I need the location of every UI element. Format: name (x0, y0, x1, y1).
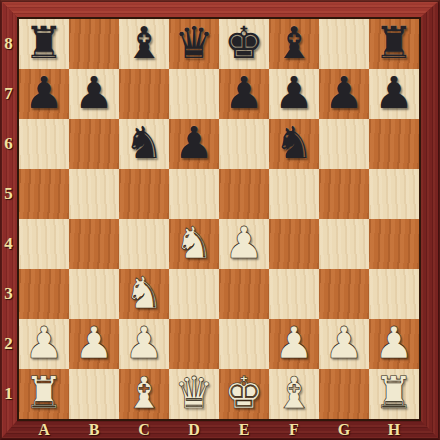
square-f5[interactable] (269, 169, 319, 219)
rank-labels: 87654321 (0, 19, 17, 419)
square-d2[interactable] (169, 319, 219, 369)
square-h2[interactable]: ♟ (369, 319, 419, 369)
square-b3[interactable] (69, 269, 119, 319)
square-b5[interactable] (69, 169, 119, 219)
square-b4[interactable] (69, 219, 119, 269)
square-c3[interactable]: ♞ (119, 269, 169, 319)
square-e5[interactable] (219, 169, 269, 219)
square-d5[interactable] (169, 169, 219, 219)
file-label-f: F (269, 420, 319, 439)
square-f7[interactable]: ♟ (269, 69, 319, 119)
square-a8[interactable]: ♜ (19, 19, 69, 69)
rank-label-1: 1 (0, 369, 17, 419)
piece-white-pawn[interactable]: ♟ (19, 319, 69, 369)
file-label-g: G (319, 420, 369, 439)
square-h6[interactable] (369, 119, 419, 169)
piece-black-rook[interactable]: ♜ (369, 19, 419, 69)
rank-label-3: 3 (0, 269, 17, 319)
piece-white-pawn[interactable]: ♟ (319, 319, 369, 369)
piece-black-pawn[interactable]: ♟ (19, 69, 69, 119)
square-b1[interactable] (69, 369, 119, 419)
square-h5[interactable] (369, 169, 419, 219)
piece-black-knight[interactable]: ♞ (269, 119, 319, 169)
square-a4[interactable] (19, 219, 69, 269)
square-h4[interactable] (369, 219, 419, 269)
square-d8[interactable]: ♛ (169, 19, 219, 69)
piece-black-pawn[interactable]: ♟ (219, 69, 269, 119)
piece-black-pawn[interactable]: ♟ (269, 69, 319, 119)
square-g6[interactable] (319, 119, 369, 169)
piece-white-queen[interactable]: ♛ (169, 369, 219, 419)
square-d6[interactable]: ♟ (169, 119, 219, 169)
square-c4[interactable] (119, 219, 169, 269)
piece-white-bishop[interactable]: ♝ (269, 369, 319, 419)
square-e7[interactable]: ♟ (219, 69, 269, 119)
square-c8[interactable]: ♝ (119, 19, 169, 69)
square-d3[interactable] (169, 269, 219, 319)
piece-white-pawn[interactable]: ♟ (369, 319, 419, 369)
piece-black-pawn[interactable]: ♟ (369, 69, 419, 119)
square-c1[interactable]: ♝ (119, 369, 169, 419)
piece-white-rook[interactable]: ♜ (369, 369, 419, 419)
square-g3[interactable] (319, 269, 369, 319)
square-e4[interactable]: ♟ (219, 219, 269, 269)
square-c2[interactable]: ♟ (119, 319, 169, 369)
piece-white-pawn[interactable]: ♟ (219, 219, 269, 269)
file-label-c: C (119, 420, 169, 439)
square-d7[interactable] (169, 69, 219, 119)
square-b6[interactable] (69, 119, 119, 169)
file-labels: ABCDEFGH (19, 420, 419, 439)
rank-label-2: 2 (0, 319, 17, 369)
square-a3[interactable] (19, 269, 69, 319)
piece-black-knight[interactable]: ♞ (119, 119, 169, 169)
square-h1[interactable]: ♜ (369, 369, 419, 419)
square-f3[interactable] (269, 269, 319, 319)
square-g7[interactable]: ♟ (319, 69, 369, 119)
square-g4[interactable] (319, 219, 369, 269)
square-f2[interactable]: ♟ (269, 319, 319, 369)
rank-label-5: 5 (0, 169, 17, 219)
square-a7[interactable]: ♟ (19, 69, 69, 119)
piece-black-bishop[interactable]: ♝ (119, 19, 169, 69)
file-label-e: E (219, 420, 269, 439)
square-h7[interactable]: ♟ (369, 69, 419, 119)
piece-white-knight[interactable]: ♞ (119, 269, 169, 319)
square-a5[interactable] (19, 169, 69, 219)
piece-black-bishop[interactable]: ♝ (269, 19, 319, 69)
piece-white-bishop[interactable]: ♝ (119, 369, 169, 419)
rank-label-6: 6 (0, 119, 17, 169)
square-e8[interactable]: ♚ (219, 19, 269, 69)
square-a1[interactable]: ♜ (19, 369, 69, 419)
piece-black-queen[interactable]: ♛ (169, 19, 219, 69)
piece-black-pawn[interactable]: ♟ (69, 69, 119, 119)
square-c6[interactable]: ♞ (119, 119, 169, 169)
square-e2[interactable] (219, 319, 269, 369)
square-f1[interactable]: ♝ (269, 369, 319, 419)
square-g8[interactable] (319, 19, 369, 69)
square-g5[interactable] (319, 169, 369, 219)
rank-label-7: 7 (0, 69, 17, 119)
file-label-b: B (69, 420, 119, 439)
square-g1[interactable] (319, 369, 369, 419)
square-g2[interactable]: ♟ (319, 319, 369, 369)
square-h3[interactable] (369, 269, 419, 319)
file-label-d: D (169, 420, 219, 439)
piece-white-knight[interactable]: ♞ (169, 219, 219, 269)
piece-black-rook[interactable]: ♜ (19, 19, 69, 69)
square-d4[interactable]: ♞ (169, 219, 219, 269)
square-a2[interactable]: ♟ (19, 319, 69, 369)
piece-white-king[interactable]: ♚ (219, 369, 269, 419)
square-f4[interactable] (269, 219, 319, 269)
square-e3[interactable] (219, 269, 269, 319)
square-b7[interactable]: ♟ (69, 69, 119, 119)
chess-board: ♜♝♛♚♝♜♟♟♟♟♟♟♞♟♞♞♟♞♟♟♟♟♟♟♜♝♛♚♝♜ (17, 17, 421, 421)
square-c5[interactable] (119, 169, 169, 219)
square-f8[interactable]: ♝ (269, 19, 319, 69)
square-b8[interactable] (69, 19, 119, 69)
file-label-h: H (369, 420, 419, 439)
rank-label-4: 4 (0, 219, 17, 269)
piece-black-pawn[interactable]: ♟ (319, 69, 369, 119)
piece-black-king[interactable]: ♚ (219, 19, 269, 69)
file-label-a: A (19, 420, 69, 439)
piece-black-pawn[interactable]: ♟ (169, 119, 219, 169)
square-e6[interactable] (219, 119, 269, 169)
piece-white-pawn[interactable]: ♟ (269, 319, 319, 369)
square-c7[interactable] (119, 69, 169, 119)
square-h8[interactable]: ♜ (369, 19, 419, 69)
square-d1[interactable]: ♛ (169, 369, 219, 419)
piece-white-pawn[interactable]: ♟ (119, 319, 169, 369)
square-a6[interactable] (19, 119, 69, 169)
square-f6[interactable]: ♞ (269, 119, 319, 169)
piece-white-pawn[interactable]: ♟ (69, 319, 119, 369)
rank-label-8: 8 (0, 19, 17, 69)
chess-board-window: 87654321 ABCDEFGH ♜♝♛♚♝♜♟♟♟♟♟♟♞♟♞♞♟♞♟♟♟♟… (0, 0, 440, 440)
square-e1[interactable]: ♚ (219, 369, 269, 419)
square-b2[interactable]: ♟ (69, 319, 119, 369)
piece-white-rook[interactable]: ♜ (19, 369, 69, 419)
